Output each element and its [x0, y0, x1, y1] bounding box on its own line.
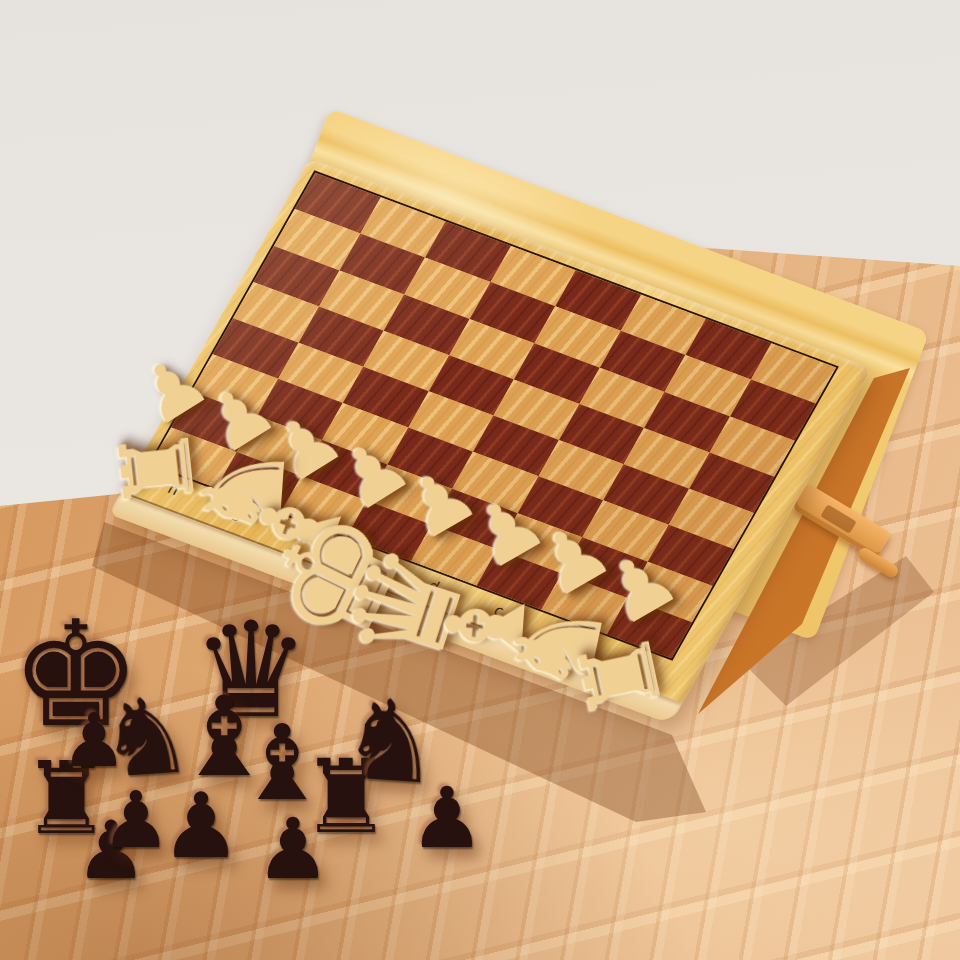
board-latch-notch: [820, 504, 856, 534]
black-piece-pawn[interactable]: ♟: [409, 776, 484, 860]
black-piece-pawn[interactable]: ♟: [61, 703, 127, 777]
black-piece-pawn[interactable]: ♟: [255, 807, 330, 891]
black-piece-pawn[interactable]: ♟: [161, 781, 242, 871]
